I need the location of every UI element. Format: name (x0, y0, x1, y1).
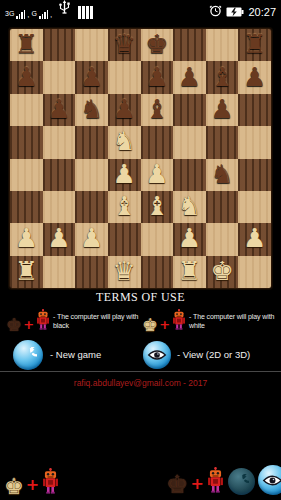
square-c3[interactable] (75, 191, 108, 223)
robot-icon (171, 309, 187, 334)
piece-white-pawn: ♟ (145, 161, 168, 187)
piece-black-knight: ♞ (80, 96, 103, 122)
square-e5[interactable] (141, 126, 174, 158)
legend-side: white (189, 321, 274, 330)
piece-white-bishop: ♝ (113, 193, 136, 219)
square-d6[interactable]: ♟ (108, 94, 141, 126)
square-c4[interactable] (75, 159, 108, 191)
square-d2[interactable] (108, 223, 141, 255)
piece-white-rook: ♜ (15, 258, 38, 284)
square-h4[interactable] (238, 159, 271, 191)
square-f5[interactable] (173, 126, 206, 158)
piece-white-pawn: ♟ (243, 225, 266, 251)
plus-icon: + (159, 318, 170, 331)
square-a4[interactable] (10, 159, 43, 191)
legend-text-white: - The computer will play with white (189, 309, 274, 330)
computer-plays-white-button[interactable]: ♚ + (4, 468, 60, 498)
square-a5[interactable] (10, 126, 43, 158)
square-a8[interactable]: ♜ (10, 29, 43, 61)
robot-icon (206, 467, 225, 497)
white-king-icon: ♚ (4, 476, 24, 498)
computer-plays-black-button[interactable]: ♚ + (166, 467, 225, 497)
battery-charging-icon (226, 3, 244, 21)
piece-black-queen: ♛ (113, 31, 136, 57)
square-c5[interactable] (75, 126, 108, 158)
square-f4[interactable] (173, 159, 206, 191)
square-d4[interactable]: ♟ (108, 159, 141, 191)
square-d1[interactable]: ♛ (108, 256, 141, 288)
square-g7[interactable]: ♝ (206, 61, 239, 93)
square-h1[interactable] (238, 256, 271, 288)
terms-title: TERMS OF USE (0, 290, 281, 305)
legend-computer-plays-black: ♚ + (6, 309, 140, 334)
new-game-label: - New game (50, 349, 101, 360)
square-e2[interactable] (141, 223, 174, 255)
square-f1[interactable]: ♜ (173, 256, 206, 288)
square-c8[interactable] (75, 29, 108, 61)
square-h5[interactable] (238, 126, 271, 158)
square-d7[interactable] (108, 61, 141, 93)
square-e6[interactable]: ♝ (141, 94, 174, 126)
square-e4[interactable]: ♟ (141, 159, 174, 191)
square-h6[interactable] (238, 94, 271, 126)
square-c1[interactable] (75, 256, 108, 288)
square-f7[interactable]: ♟ (173, 61, 206, 93)
status-bar: 3G , G , (0, 0, 281, 24)
alarm-clock-icon (209, 3, 222, 21)
plus-icon: + (26, 477, 39, 493)
piece-white-pawn: ♟ (15, 225, 38, 251)
status-right: 20:27 (209, 3, 276, 21)
square-g8[interactable] (206, 29, 239, 61)
legend-prefix: - The computer will play with (189, 313, 274, 320)
plus-icon: + (23, 318, 34, 331)
piece-white-rook: ♜ (178, 258, 201, 284)
chess-board: ♜♛♚♜♟♟♟♟♝♟♟♞♟♝♟♞♟♟♞♝♝♞♟♟♟♟♟♜♛♜♚ (9, 28, 272, 289)
square-b6[interactable]: ♟ (43, 94, 76, 126)
piece-black-pawn: ♟ (113, 96, 136, 122)
view-label: - View (2D or 3D) (177, 349, 250, 360)
square-d3[interactable]: ♝ (108, 191, 141, 223)
black-king-icon: ♚ (6, 316, 22, 334)
piece-white-pawn: ♟ (47, 225, 70, 251)
square-b4[interactable] (43, 159, 76, 191)
sim-toolkit-icon (78, 6, 93, 19)
piece-white-king: ♚ (210, 258, 233, 284)
view-legend-icon (143, 341, 171, 369)
piece-white-pawn: ♟ (80, 225, 103, 251)
separator: , (50, 11, 52, 19)
plus-icon: + (190, 476, 203, 492)
square-h7[interactable]: ♟ (238, 61, 271, 93)
square-a3[interactable] (10, 191, 43, 223)
robot-icon (41, 468, 60, 498)
square-g4[interactable]: ♞ (206, 159, 239, 191)
piece-white-bishop: ♝ (145, 193, 168, 219)
status-left: 3G , G , (5, 5, 93, 19)
square-a1[interactable]: ♜ (10, 256, 43, 288)
legend-computer-plays-white: ♚ + (142, 309, 280, 334)
square-a2[interactable]: ♟ (10, 223, 43, 255)
piece-white-knight: ♞ (178, 193, 201, 219)
piece-black-pawn: ♟ (15, 64, 38, 90)
clock-time: 20:27 (248, 6, 276, 18)
new-game-button[interactable] (228, 468, 255, 495)
piece-black-pawn: ♟ (210, 96, 233, 122)
app-screen: 3G , G , (0, 0, 281, 500)
piece-black-bishop: ♝ (210, 64, 233, 90)
piece-white-pawn: ♟ (178, 225, 201, 251)
square-g5[interactable] (206, 126, 239, 158)
legend-prefix: - The computer will play with (53, 313, 138, 320)
square-b5[interactable] (43, 126, 76, 158)
square-b7[interactable] (43, 61, 76, 93)
square-b8[interactable] (43, 29, 76, 61)
square-e7[interactable]: ♟ (141, 61, 174, 93)
white-king-icon: ♚ (142, 316, 158, 334)
square-h8[interactable]: ♜ (238, 29, 271, 61)
separator: , (27, 11, 29, 19)
piece-white-knight: ♞ (113, 128, 136, 154)
piece-white-pawn: ♟ (113, 161, 136, 187)
square-h3[interactable] (238, 191, 271, 223)
square-f8[interactable] (173, 29, 206, 61)
square-f6[interactable] (173, 94, 206, 126)
square-a6[interactable] (10, 94, 43, 126)
divider-line (0, 371, 281, 372)
square-c7[interactable]: ♟ (75, 61, 108, 93)
square-b1[interactable] (43, 256, 76, 288)
author-credit: rafiq.abdullayev@gmail.com - 2017 (0, 378, 281, 388)
white-king-plus-robot-icon: ♚ + (142, 309, 187, 334)
piece-black-pawn: ♟ (178, 64, 201, 90)
piece-black-bishop: ♝ (145, 96, 168, 122)
piece-white-queen: ♛ (113, 258, 136, 284)
legend-side: black (53, 321, 138, 330)
new-game-legend-icon (13, 340, 43, 370)
square-h2[interactable]: ♟ (238, 223, 271, 255)
square-g3[interactable] (206, 191, 239, 223)
signal-g-icon (39, 9, 48, 19)
piece-black-pawn: ♟ (80, 64, 103, 90)
square-b2[interactable]: ♟ (43, 223, 76, 255)
square-c6[interactable]: ♞ (75, 94, 108, 126)
square-g1[interactable]: ♚ (206, 256, 239, 288)
square-g2[interactable] (206, 223, 239, 255)
square-e8[interactable]: ♚ (141, 29, 174, 61)
black-king-plus-robot-icon: ♚ + (6, 309, 51, 334)
signal-g-label: G (32, 9, 37, 19)
square-g6[interactable]: ♟ (206, 94, 239, 126)
piece-black-rook: ♜ (15, 31, 38, 57)
piece-black-pawn: ♟ (47, 96, 70, 122)
piece-black-king: ♚ (145, 31, 168, 57)
usb-icon (58, 0, 71, 19)
square-f3[interactable]: ♞ (173, 191, 206, 223)
legend-text-black: - The computer will play with black (53, 309, 138, 330)
black-king-icon: ♚ (166, 472, 188, 497)
signal-3g-label: 3G (5, 9, 14, 19)
piece-black-pawn: ♟ (145, 64, 168, 90)
square-d5[interactable]: ♞ (108, 126, 141, 158)
view-toggle-button[interactable] (258, 465, 281, 495)
square-e1[interactable] (141, 256, 174, 288)
robot-icon (35, 309, 51, 334)
piece-black-knight: ♞ (210, 161, 233, 187)
signal-3g-icon (16, 9, 25, 19)
square-f2[interactable]: ♟ (173, 223, 206, 255)
bottom-right-buttons: ♚ + (166, 465, 281, 497)
square-a7[interactable]: ♟ (10, 61, 43, 93)
square-c2[interactable]: ♟ (75, 223, 108, 255)
piece-black-rook: ♜ (243, 31, 266, 57)
piece-black-pawn: ♟ (243, 64, 266, 90)
square-b3[interactable] (43, 191, 76, 223)
square-e3[interactable]: ♝ (141, 191, 174, 223)
square-d8[interactable]: ♛ (108, 29, 141, 61)
